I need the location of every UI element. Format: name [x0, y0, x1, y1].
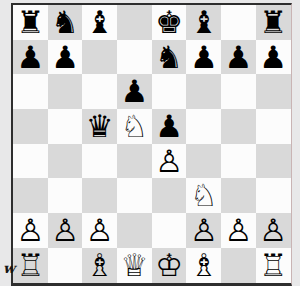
- black-pawn-piece: ♟: [221, 40, 256, 75]
- square-d4[interactable]: [117, 144, 152, 179]
- square-g3[interactable]: [221, 178, 256, 213]
- side-to-move-indicator: w: [3, 260, 15, 276]
- square-d8[interactable]: [117, 5, 152, 40]
- square-d3[interactable]: [117, 178, 152, 213]
- white-pawn-piece: ♙: [256, 213, 291, 248]
- black-pawn-piece: ♟: [48, 40, 83, 75]
- square-e4[interactable]: ♙: [152, 144, 187, 179]
- square-c5[interactable]: ♛: [82, 109, 117, 144]
- square-f6[interactable]: [186, 74, 221, 109]
- square-e3[interactable]: [152, 178, 187, 213]
- square-h8[interactable]: ♜: [256, 5, 291, 40]
- black-pawn-piece: ♟: [256, 40, 291, 75]
- white-knight-piece: ♘: [117, 109, 152, 144]
- white-pawn-piece: ♙: [48, 213, 83, 248]
- white-pawn-piece: ♙: [186, 213, 221, 248]
- square-c3[interactable]: [82, 178, 117, 213]
- white-bishop-piece: ♗: [186, 248, 221, 283]
- square-e7[interactable]: ♞: [152, 40, 187, 75]
- square-h6[interactable]: [256, 74, 291, 109]
- square-b5[interactable]: [48, 109, 83, 144]
- board-frame: ♜♞♝♚♝♜♟♟♞♟♟♟♟♛♘♟♙♘♙♙♙♙♙♙♖♗♕♔♗♖: [11, 3, 292, 286]
- square-e6[interactable]: [152, 74, 187, 109]
- square-h2[interactable]: ♙: [256, 213, 291, 248]
- square-c8[interactable]: ♝: [82, 5, 117, 40]
- square-h5[interactable]: [256, 109, 291, 144]
- black-knight-piece: ♞: [152, 40, 187, 75]
- square-b8[interactable]: ♞: [48, 5, 83, 40]
- black-queen-piece: ♛: [82, 109, 117, 144]
- square-f8[interactable]: ♝: [186, 5, 221, 40]
- square-a1[interactable]: ♖: [13, 248, 48, 283]
- black-knight-piece: ♞: [48, 5, 83, 40]
- square-e1[interactable]: ♔: [152, 248, 187, 283]
- white-pawn-piece: ♙: [13, 213, 48, 248]
- square-a8[interactable]: ♜: [13, 5, 48, 40]
- square-a5[interactable]: [13, 109, 48, 144]
- white-bishop-piece: ♗: [82, 248, 117, 283]
- square-g6[interactable]: [221, 74, 256, 109]
- square-e2[interactable]: [152, 213, 187, 248]
- white-pawn-piece: ♙: [221, 213, 256, 248]
- square-a3[interactable]: [13, 178, 48, 213]
- square-c6[interactable]: [82, 74, 117, 109]
- square-g5[interactable]: [221, 109, 256, 144]
- square-a7[interactable]: ♟: [13, 40, 48, 75]
- square-e8[interactable]: ♚: [152, 5, 187, 40]
- white-rook-piece: ♖: [13, 248, 48, 283]
- square-b6[interactable]: [48, 74, 83, 109]
- square-g7[interactable]: ♟: [221, 40, 256, 75]
- square-b1[interactable]: [48, 248, 83, 283]
- square-f5[interactable]: [186, 109, 221, 144]
- square-e5[interactable]: ♟: [152, 109, 187, 144]
- black-bishop-piece: ♝: [82, 5, 117, 40]
- square-g4[interactable]: [221, 144, 256, 179]
- black-pawn-piece: ♟: [117, 74, 152, 109]
- square-a6[interactable]: [13, 74, 48, 109]
- white-rook-piece: ♖: [256, 248, 291, 283]
- black-pawn-piece: ♟: [186, 40, 221, 75]
- square-f7[interactable]: ♟: [186, 40, 221, 75]
- square-g2[interactable]: ♙: [221, 213, 256, 248]
- square-h1[interactable]: ♖: [256, 248, 291, 283]
- black-rook-piece: ♜: [13, 5, 48, 40]
- square-d2[interactable]: [117, 213, 152, 248]
- white-pawn-piece: ♙: [82, 213, 117, 248]
- square-d5[interactable]: ♘: [117, 109, 152, 144]
- square-b7[interactable]: ♟: [48, 40, 83, 75]
- white-king-piece: ♔: [152, 248, 187, 283]
- black-bishop-piece: ♝: [186, 5, 221, 40]
- square-h3[interactable]: [256, 178, 291, 213]
- square-h7[interactable]: ♟: [256, 40, 291, 75]
- square-f1[interactable]: ♗: [186, 248, 221, 283]
- white-pawn-piece: ♙: [152, 144, 187, 179]
- square-f4[interactable]: [186, 144, 221, 179]
- square-c2[interactable]: ♙: [82, 213, 117, 248]
- square-a4[interactable]: [13, 144, 48, 179]
- square-f2[interactable]: ♙: [186, 213, 221, 248]
- white-queen-piece: ♕: [117, 248, 152, 283]
- square-h4[interactable]: [256, 144, 291, 179]
- square-d7[interactable]: [117, 40, 152, 75]
- square-d1[interactable]: ♕: [117, 248, 152, 283]
- square-g8[interactable]: [221, 5, 256, 40]
- square-c4[interactable]: [82, 144, 117, 179]
- square-f3[interactable]: ♘: [186, 178, 221, 213]
- black-pawn-piece: ♟: [13, 40, 48, 75]
- square-b4[interactable]: [48, 144, 83, 179]
- square-c1[interactable]: ♗: [82, 248, 117, 283]
- black-rook-piece: ♜: [256, 5, 291, 40]
- square-b2[interactable]: ♙: [48, 213, 83, 248]
- square-d6[interactable]: ♟: [117, 74, 152, 109]
- black-pawn-piece: ♟: [152, 109, 187, 144]
- chess-board: ♜♞♝♚♝♜♟♟♞♟♟♟♟♛♘♟♙♘♙♙♙♙♙♙♖♗♕♔♗♖: [13, 5, 291, 283]
- square-b3[interactable]: [48, 178, 83, 213]
- square-g1[interactable]: [221, 248, 256, 283]
- square-c7[interactable]: [82, 40, 117, 75]
- black-king-piece: ♚: [152, 5, 187, 40]
- white-knight-piece: ♘: [186, 178, 221, 213]
- square-a2[interactable]: ♙: [13, 213, 48, 248]
